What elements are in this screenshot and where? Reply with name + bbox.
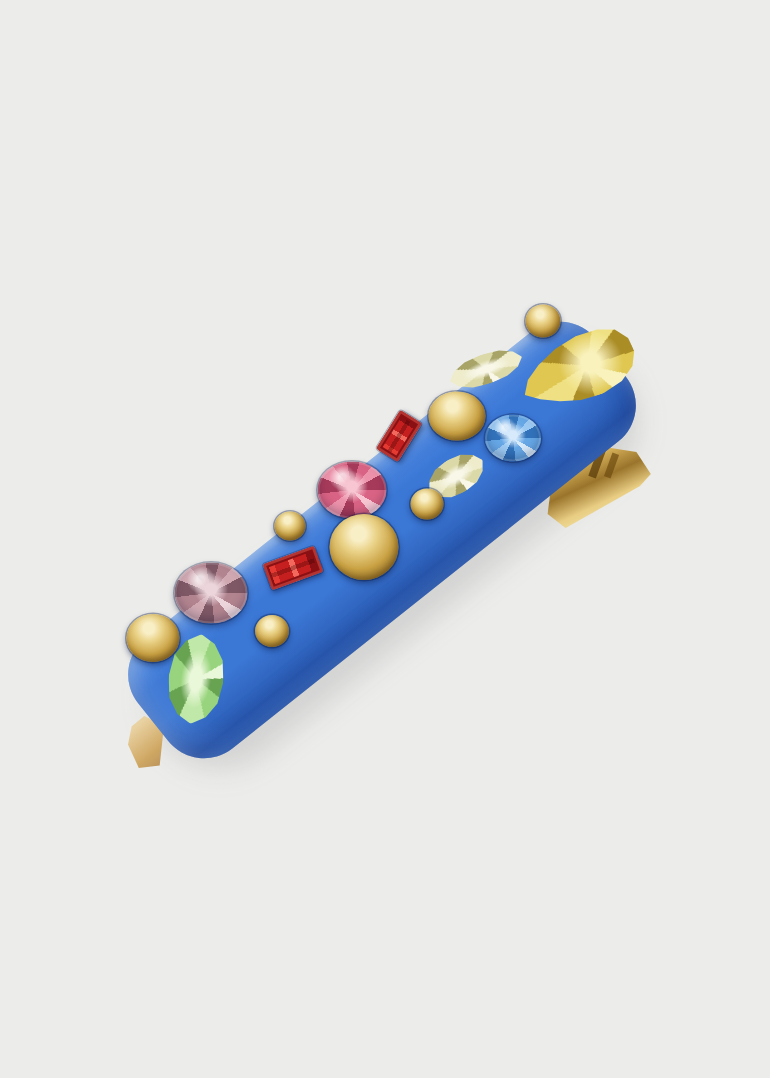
ruby-baguette-upper xyxy=(376,410,422,463)
gold-dome-large xyxy=(330,514,399,580)
gold-stud-mid xyxy=(411,489,444,520)
amethyst-round xyxy=(175,563,248,624)
rose-round xyxy=(318,462,387,519)
gem-layer xyxy=(0,0,770,1078)
ruby-baguette-lower xyxy=(262,545,323,590)
gold-stud-top xyxy=(526,305,561,338)
gold-stud-bottom xyxy=(255,615,289,647)
opal-marquise-top xyxy=(445,342,527,395)
gold-stud-left xyxy=(275,512,306,541)
gold-dome-upper xyxy=(429,392,486,441)
sapphire-round xyxy=(485,415,541,462)
product-photo-scene xyxy=(0,0,770,1078)
gold-dome-lower xyxy=(127,614,180,662)
